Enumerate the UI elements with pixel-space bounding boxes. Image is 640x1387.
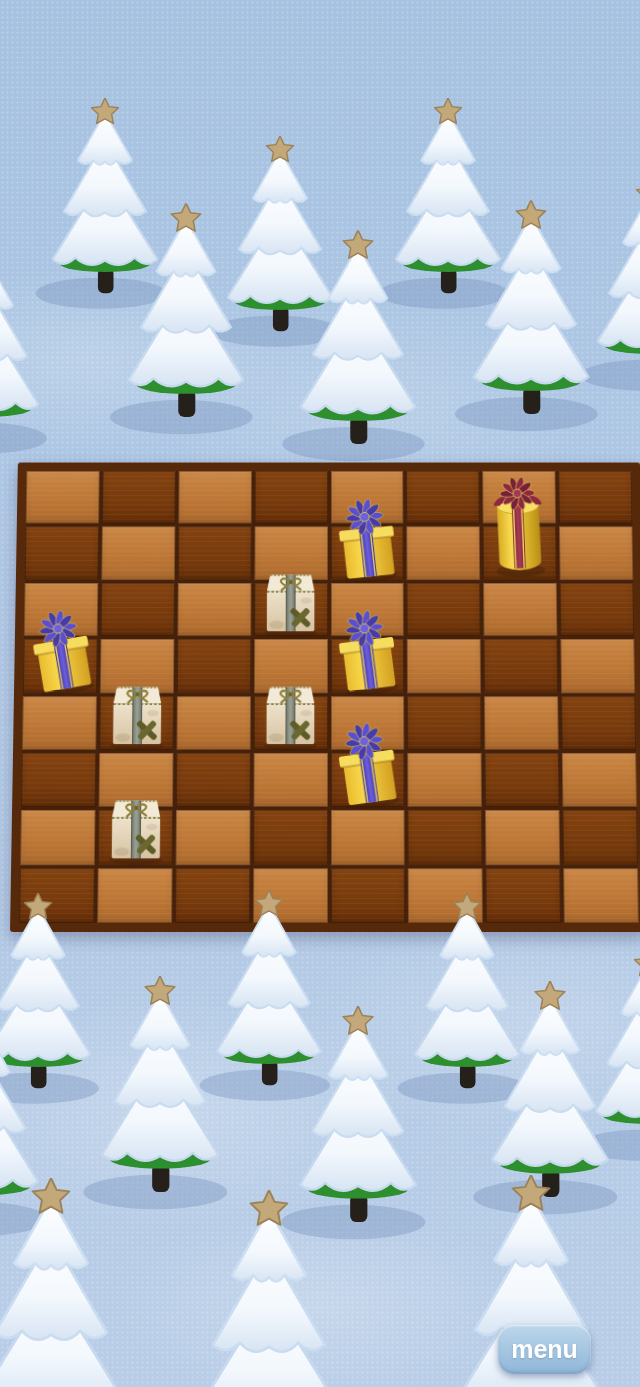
board-square-r1c0[interactable] — [25, 527, 99, 580]
board-square-r7c5[interactable] — [408, 868, 483, 923]
board-square-r7c6[interactable] — [486, 868, 561, 923]
piece-parcel[interactable] — [99, 779, 174, 870]
menu-button[interactable]: menu — [498, 1325, 591, 1374]
board-square-r0c2[interactable] — [178, 471, 251, 524]
snow-tree — [66, 976, 254, 1214]
board-square-r6c2[interactable] — [175, 810, 250, 865]
board-square-r4c5[interactable] — [407, 696, 481, 750]
snow-tree — [265, 230, 451, 466]
piece-cylinder_king[interactable] — [477, 473, 560, 586]
piece-gift[interactable] — [16, 601, 107, 705]
piece-parcel[interactable] — [254, 554, 328, 642]
board-square-r2c5[interactable] — [407, 583, 481, 636]
board-square-r2c6[interactable] — [483, 583, 557, 636]
board-square-r5c5[interactable] — [408, 753, 483, 807]
board-square-r1c5[interactable] — [407, 527, 481, 580]
board-square-r7c2[interactable] — [175, 868, 250, 923]
snow-tree — [0, 1178, 167, 1387]
snow-tree — [93, 203, 279, 439]
board-square-r6c6[interactable] — [485, 810, 560, 865]
board-square-r3c5[interactable] — [407, 639, 481, 693]
board-square-r1c1[interactable] — [101, 527, 175, 580]
board-square-r5c6[interactable] — [485, 753, 560, 807]
board-square-r3c6[interactable] — [484, 639, 558, 693]
snow-tree — [264, 1006, 452, 1244]
board-square-r3c2[interactable] — [177, 639, 251, 693]
board-square-r5c2[interactable] — [176, 753, 251, 807]
board-square-r6c4[interactable] — [330, 810, 405, 865]
piece-gift[interactable] — [323, 602, 411, 703]
board-square-r3c7[interactable] — [561, 639, 636, 693]
checkers-board — [10, 463, 640, 932]
board-square-r1c2[interactable] — [178, 527, 252, 580]
snow-tree — [565, 180, 640, 395]
board-square-r7c4[interactable] — [330, 868, 405, 923]
board-square-r6c7[interactable] — [563, 810, 638, 865]
board-square-r5c3[interactable] — [253, 753, 327, 807]
board-square-r6c0[interactable] — [20, 810, 95, 865]
snow-tree — [20, 98, 190, 313]
piece-gift[interactable] — [324, 492, 410, 591]
board-square-r5c0[interactable] — [21, 753, 96, 807]
board-square-r2c7[interactable] — [560, 583, 634, 636]
board-square-r4c6[interactable] — [484, 696, 559, 750]
piece-parcel[interactable] — [253, 666, 327, 755]
board-square-r7c3[interactable] — [253, 868, 328, 923]
board-square-r0c0[interactable] — [26, 471, 100, 524]
snow-tree — [153, 1190, 385, 1387]
snow-tree — [0, 243, 71, 458]
piece-gift[interactable] — [323, 714, 413, 817]
board-square-r4c7[interactable] — [561, 696, 636, 750]
board-square-r7c1[interactable] — [97, 868, 172, 923]
snow-tree — [456, 981, 640, 1219]
board-square-r0c7[interactable] — [558, 471, 632, 524]
board-square-r7c7[interactable] — [563, 868, 639, 923]
board-square-r7c0[interactable] — [19, 868, 95, 923]
board-square-r6c5[interactable] — [408, 810, 483, 865]
snow-tree — [363, 98, 533, 313]
game-screen: menu — [0, 0, 640, 1387]
board-square-r4c2[interactable] — [176, 696, 250, 750]
board-square-r6c3[interactable] — [253, 810, 328, 865]
board-square-r2c2[interactable] — [177, 583, 251, 636]
snow-tree — [195, 136, 365, 351]
board-square-r1c7[interactable] — [559, 527, 633, 580]
board-square-r0c3[interactable] — [254, 471, 327, 524]
snow-tree — [438, 200, 624, 436]
piece-parcel[interactable] — [100, 666, 175, 755]
snow-tree — [563, 950, 640, 1165]
board-square-r0c1[interactable] — [102, 471, 176, 524]
board-square-r2c1[interactable] — [100, 583, 174, 636]
board-square-r5c7[interactable] — [562, 753, 637, 807]
board-square-r0c5[interactable] — [406, 471, 479, 524]
snow-tree — [0, 1003, 74, 1241]
